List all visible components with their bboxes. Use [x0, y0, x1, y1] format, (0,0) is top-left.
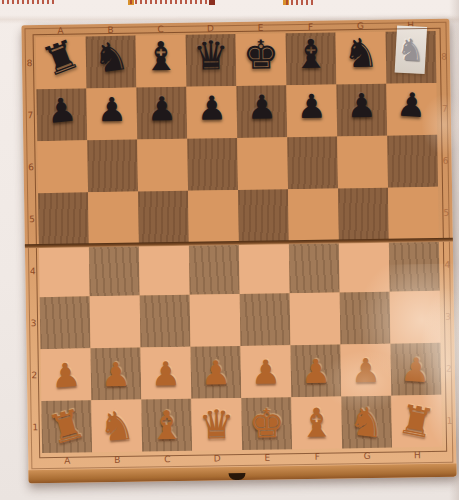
square-f1: ♝: [291, 396, 342, 449]
rank-label-7: 7: [24, 89, 36, 141]
square-d4: [189, 242, 240, 295]
black-pawn-b7: ♟: [97, 92, 127, 125]
square-e3: [240, 293, 291, 346]
photo-scene: ABCDEFGH 87654321 87654321 ♜♞♝♛♚♝♞♞♟♟♟♟♟…: [0, 0, 459, 500]
square-b3: [90, 296, 141, 349]
square-f7: ♟: [286, 84, 337, 137]
rank-label-6: 6: [440, 135, 451, 187]
black-pawn-f7: ♟: [297, 89, 327, 122]
square-b7: ♟: [86, 88, 137, 141]
black-pawn-d7: ♟: [197, 91, 227, 124]
rank-label-1: 1: [29, 401, 41, 453]
square-b6: [87, 140, 138, 193]
square-g3: [340, 292, 391, 345]
white-rook-a1: ♜: [44, 403, 89, 451]
file-label-c: C: [142, 454, 192, 467]
square-h5: [388, 187, 439, 240]
rank-label-5: 5: [441, 187, 452, 239]
square-e2: ♟: [240, 345, 291, 398]
black-king-e8: ♚: [243, 34, 279, 75]
square-g8: ♞: [336, 32, 387, 85]
file-label-a: A: [42, 455, 92, 468]
square-b1: ♞: [91, 400, 142, 453]
black-knight-g8: ♞: [343, 33, 379, 74]
paper-cutout-stand-in: ♞: [395, 25, 427, 74]
rank-label-2: 2: [29, 349, 41, 401]
white-pawn-b2: ♟: [101, 357, 131, 390]
black-queen-d8: ♛: [193, 35, 229, 76]
white-queen-d1: ♛: [198, 404, 234, 445]
square-f3: [290, 292, 341, 345]
black-pawn-g7: ♟: [347, 88, 377, 121]
black-pawn-e7: ♟: [247, 90, 277, 123]
square-d1: ♛: [191, 398, 242, 451]
square-a6: [37, 140, 88, 193]
file-label-b: B: [92, 455, 142, 468]
white-rook-h1: ♜: [395, 398, 438, 444]
tablecloth-pattern-middle: [130, 0, 212, 4]
tablecloth-pattern-cap: [209, 0, 215, 5]
rank-label-7: 7: [439, 83, 450, 135]
square-c2: ♟: [141, 347, 192, 400]
square-a3: [40, 296, 91, 349]
rank-label-5: 5: [26, 193, 38, 245]
square-c5: [138, 191, 189, 244]
square-h6: [387, 135, 438, 188]
white-pawn-c2: ♟: [151, 356, 181, 389]
square-a4: [39, 244, 90, 297]
rank-label-8: 8: [24, 37, 36, 89]
square-g5: [338, 188, 389, 241]
square-e8: ♚: [236, 33, 287, 86]
square-c1: ♝: [141, 399, 192, 452]
square-b8: ♞: [86, 36, 137, 89]
square-h7: ♟: [386, 83, 437, 136]
square-d6: [187, 138, 238, 191]
rank-label-3: 3: [28, 297, 40, 349]
file-label-g: G: [342, 451, 392, 464]
square-f2: ♟: [290, 344, 341, 397]
box-clasp-notch: [228, 473, 245, 480]
black-bishop-c8: ♝: [143, 36, 179, 77]
square-h1: ♜: [391, 395, 442, 448]
square-d5: [188, 190, 239, 243]
file-label-d: D: [192, 453, 242, 466]
square-c7: ♟: [136, 87, 187, 140]
white-pawn-h2: ♟: [400, 352, 432, 387]
square-d3: [190, 294, 241, 347]
white-bishop-c1: ♝: [148, 405, 184, 446]
black-knight-b8: ♞: [90, 35, 131, 80]
white-king-e1: ♚: [248, 403, 284, 444]
file-label-h: H: [392, 450, 442, 463]
file-label-f: F: [292, 451, 342, 464]
square-e4: [239, 241, 290, 294]
black-pawn-h7: ♟: [396, 87, 428, 122]
square-c8: ♝: [136, 35, 187, 88]
white-pawn-e2: ♟: [251, 355, 281, 388]
square-h3: [390, 291, 441, 344]
white-bishop-f1: ♝: [298, 403, 334, 444]
chess-board: ABCDEFGH 87654321 87654321 ♜♞♝♛♚♝♞♞♟♟♟♟♟…: [21, 19, 456, 484]
square-f4: [289, 240, 340, 293]
square-e7: ♟: [236, 85, 287, 138]
square-h2: ♟: [390, 343, 441, 396]
white-pawn-g2: ♟: [351, 353, 381, 386]
square-g4: [339, 240, 390, 293]
square-d8: ♛: [186, 34, 237, 87]
square-a5: [38, 192, 89, 245]
board-grid: ♜♞♝♛♚♝♞♞♟♟♟♟♟♟♟♟♟♟♟♟♟♟♟♟♜♞♝♛♚♝♞♜: [36, 31, 442, 453]
black-rook-a8: ♜: [37, 33, 85, 83]
rank-label-3: 3: [443, 291, 454, 343]
rank-label-2: 2: [443, 343, 454, 395]
square-f5: [288, 188, 339, 241]
square-e1: ♚: [241, 397, 292, 450]
knight-icon: ♞: [397, 34, 425, 65]
square-c3: [140, 295, 191, 348]
black-pawn-a7: ♟: [45, 92, 78, 128]
rank-label-6: 6: [25, 141, 37, 193]
square-g1: ♞: [341, 396, 392, 449]
square-g7: ♟: [336, 84, 387, 137]
square-e5: [238, 189, 289, 242]
square-c4: [139, 243, 190, 296]
square-a8: ♜: [36, 36, 87, 89]
white-knight-g1: ♞: [347, 400, 387, 444]
file-label-e: E: [242, 452, 292, 465]
square-a7: ♟: [36, 88, 87, 141]
white-pawn-d2: ♟: [201, 356, 231, 389]
black-pawn-c7: ♟: [147, 91, 177, 124]
square-c6: [137, 139, 188, 192]
square-f8: ♝: [286, 32, 337, 85]
square-f6: [287, 136, 338, 189]
rank-label-1: 1: [444, 395, 455, 447]
tablecloth-pattern-right: [286, 0, 314, 5]
square-a1: ♜: [41, 400, 92, 453]
square-e6: [237, 137, 288, 190]
rank-label-4: 4: [442, 239, 453, 291]
square-d7: ♟: [186, 86, 237, 139]
square-a2: ♟: [41, 348, 92, 401]
square-g2: ♟: [340, 344, 391, 397]
square-d2: ♟: [190, 346, 241, 399]
square-b2: ♟: [91, 348, 142, 401]
white-knight-b1: ♞: [97, 404, 136, 447]
tablecloth-pattern-left: [2, 0, 56, 4]
square-h8: ♞: [386, 31, 437, 84]
rank-label-8: 8: [439, 31, 450, 83]
white-pawn-a2: ♟: [50, 357, 82, 392]
square-g6: [337, 136, 388, 189]
black-bishop-f8: ♝: [293, 34, 329, 75]
square-b5: [88, 192, 139, 245]
square-b4: [89, 244, 140, 297]
white-pawn-f2: ♟: [301, 354, 331, 387]
square-h4: [389, 239, 440, 292]
rank-label-4: 4: [27, 245, 39, 297]
